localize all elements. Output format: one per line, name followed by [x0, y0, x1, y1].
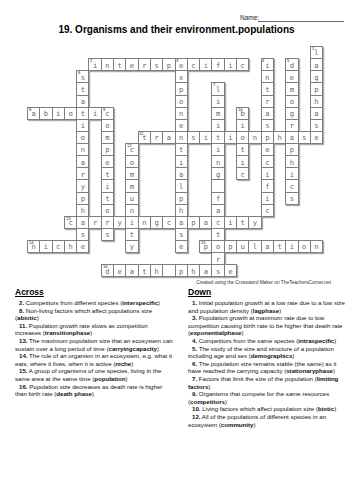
cell-letter: a — [179, 218, 183, 226]
cell-letter: l — [314, 48, 318, 56]
clue-number: 3 — [176, 59, 178, 63]
cell-letter: n — [130, 206, 134, 214]
grid-cell-r14c14[interactable]: a — [199, 216, 212, 229]
cell-letter: s — [290, 194, 294, 202]
cell-letter: i — [81, 121, 85, 129]
cell-letter: i — [93, 109, 97, 117]
cell-letter: c — [265, 206, 269, 214]
grid-cell-r18c8[interactable]: a — [125, 264, 138, 277]
cell-letter: s — [265, 121, 269, 129]
cell-letter: o — [216, 242, 220, 250]
grid-cell-r5c0[interactable]: 8a — [27, 107, 40, 120]
down-clue-9: 9. Organisms that compete for the same r… — [188, 390, 345, 405]
cell-letter: p — [265, 133, 269, 141]
cell-letter: i — [241, 121, 245, 129]
grid-cell-r1c6[interactable]: n — [101, 58, 114, 71]
cell-letter: t — [105, 194, 109, 202]
grid-cell-r7c18[interactable]: n — [248, 131, 261, 144]
grid-cell-r14c9[interactable]: n — [138, 216, 151, 229]
grid-cell-r16c22[interactable]: o — [298, 240, 311, 253]
grid-cell-r5c5[interactable]: i — [88, 107, 101, 120]
cell-letter: i — [290, 242, 294, 250]
across-clue-15: 15. A group of organisms of one species,… — [15, 367, 174, 382]
cell-letter: n — [216, 158, 220, 166]
grid-cell-r7c9[interactable]: 11t — [138, 131, 151, 144]
cell-letter: c — [265, 158, 269, 166]
cell-letter: n — [253, 133, 257, 141]
cell-letter: t — [241, 145, 245, 153]
grid-cell-r18c16[interactable]: e — [224, 264, 237, 277]
cell-letter: i — [93, 61, 97, 69]
cell-letter: t — [105, 170, 109, 178]
grid-cell-r13c19[interactable]: c — [261, 204, 274, 217]
cell-letter: p — [179, 194, 183, 202]
cell-letter: h — [154, 267, 158, 275]
cell-letter: a — [216, 206, 220, 214]
cell-letter: n — [265, 73, 269, 81]
cell-letter: p — [179, 85, 183, 93]
down-clue-10: 10. Living factors which affect populati… — [188, 405, 345, 413]
cell-letter: i — [216, 145, 220, 153]
grid-cell-r14c7[interactable]: y — [113, 216, 126, 229]
clue-number: 16 — [103, 265, 108, 269]
grid-cell-r18c12[interactable]: p — [175, 264, 188, 277]
cell-letter: d — [290, 61, 294, 69]
cell-letter: y — [81, 182, 85, 190]
grid-cell-r16c4[interactable]: e — [76, 240, 89, 253]
cell-letter: y — [253, 218, 257, 226]
clue-number: 15 — [201, 241, 206, 245]
cell-letter: e — [179, 61, 183, 69]
page-title: 19. Organisms and their environment.popu… — [0, 24, 353, 35]
grid-cell-r16c20[interactable]: t — [273, 240, 286, 253]
grid-cell-r1c17[interactable]: c — [236, 58, 249, 71]
cell-letter: i — [228, 218, 232, 226]
grid-cell-r7c14[interactable]: i — [199, 131, 212, 144]
down-clue-7: 7. Factors that limit the size of the po… — [188, 375, 345, 390]
grid-cell-r18c10[interactable]: h — [150, 264, 163, 277]
cell-letter: s — [81, 230, 85, 238]
cell-letter: c — [290, 182, 294, 190]
cell-letter: f — [216, 61, 220, 69]
cell-letter: t — [142, 267, 146, 275]
grid-cell-r1c16[interactable]: i — [224, 58, 237, 71]
grid-cell-r16c23[interactable]: n — [310, 240, 323, 253]
grid-cell-r16c17[interactable]: u — [236, 240, 249, 253]
cell-letter: m — [130, 182, 134, 190]
cell-letter: i — [265, 61, 269, 69]
cell-letter: e — [105, 158, 109, 166]
cell-letter: o — [302, 242, 306, 250]
cell-letter: i — [241, 158, 245, 166]
cell-letter: o — [105, 121, 109, 129]
cell-letter: l — [179, 182, 183, 190]
cell-letter: s — [154, 61, 158, 69]
down-clue-list: 1. Initial population growth at a low ra… — [188, 299, 345, 428]
cell-letter: e — [179, 121, 183, 129]
clue-number: 7 — [213, 83, 215, 87]
grid-cell-r1c7[interactable]: t — [113, 58, 126, 71]
cell-letter: p — [167, 61, 171, 69]
crossword-grid: 1l2intersp3ecific4i5da6sxnegtp7ltmpaoiro… — [27, 46, 322, 276]
cell-letter: a — [314, 109, 318, 117]
across-heading: Across — [15, 287, 174, 297]
cell-letter: r — [105, 218, 109, 226]
clue-number: 1 — [312, 47, 314, 51]
cell-letter: c — [216, 218, 220, 226]
cell-letter: p — [81, 194, 85, 202]
grid-cell-r14c11[interactable]: c — [162, 216, 175, 229]
cell-letter: e — [314, 133, 318, 141]
grid-cell-r16c14[interactable]: 15p — [199, 240, 212, 253]
cell-letter: c — [241, 170, 245, 178]
grid-cell-r18c9[interactable]: t — [138, 264, 151, 277]
grid-cell-r16c1[interactable]: i — [39, 240, 52, 253]
cell-letter: n — [81, 145, 85, 153]
cell-letter: f — [216, 194, 220, 202]
grid-cell-r15c6[interactable]: s — [101, 228, 114, 241]
cell-letter: p — [290, 145, 294, 153]
clue-number: 5 — [287, 59, 289, 63]
cell-letter: m — [105, 133, 109, 141]
cell-letter: i — [179, 158, 183, 166]
cell-letter: a — [179, 170, 183, 178]
cell-letter: p — [105, 145, 109, 153]
grid-cell-r18c15[interactable]: s — [211, 264, 224, 277]
grid-cell-r5c3[interactable]: o — [64, 107, 77, 120]
cell-letter: p — [179, 267, 183, 275]
cell-letter: t — [216, 230, 220, 238]
grid-cell-r1c5[interactable]: 2i — [88, 58, 101, 71]
grid-cell-r16c3[interactable]: h — [64, 240, 77, 253]
grid-cell-r7c13[interactable]: s — [187, 131, 200, 144]
down-clue-5: 5. The study of the size and structure o… — [188, 345, 345, 360]
cell-letter: r — [142, 61, 146, 69]
cell-letter: a — [81, 218, 85, 226]
grid-cell-r1c11[interactable]: p — [162, 58, 175, 71]
grid-cell-r10c17[interactable]: c — [236, 167, 249, 180]
grid-cell-r5c2[interactable]: i — [52, 107, 65, 120]
down-heading: Down — [188, 287, 345, 297]
grid-cell-r14c16[interactable]: i — [224, 216, 237, 229]
cell-letter: o — [68, 109, 72, 117]
cell-letter: u — [241, 242, 245, 250]
cell-letter: o — [81, 133, 85, 141]
cell-letter: a — [265, 109, 269, 117]
cell-letter: l — [253, 242, 257, 250]
cell-letter: a — [167, 133, 171, 141]
down-clue-6: 6. The population size remains stable (t… — [188, 360, 345, 375]
cell-letter: h — [179, 206, 183, 214]
grid-cell-r1c15[interactable]: f — [211, 58, 224, 71]
cell-letter: h — [290, 158, 294, 166]
cell-letter: o — [241, 133, 245, 141]
cell-letter: i — [216, 97, 220, 105]
clue-number: 2 — [90, 59, 92, 63]
cell-letter: i — [290, 170, 294, 178]
down-clue-3: 3. Population growth at maximum rate due… — [188, 314, 345, 337]
across-clues-section: Across 2. Competitors from different spe… — [15, 287, 174, 398]
across-clue-13: 13. The maximum population size that an … — [15, 337, 174, 352]
cell-letter: t — [265, 85, 269, 93]
cell-letter: e — [130, 61, 134, 69]
cell-letter: o — [105, 206, 109, 214]
cell-letter: i — [204, 133, 208, 141]
across-clue-16: 16. Population size decreases as death r… — [15, 383, 174, 398]
cell-letter: e — [228, 267, 232, 275]
grid-cell-r1c14[interactable]: i — [199, 58, 212, 71]
grid-cell-r14c10[interactable]: g — [150, 216, 163, 229]
grid-cell-r5c1[interactable]: b — [39, 107, 52, 120]
clue-number: 13 — [66, 217, 71, 221]
grid-cell-r16c8[interactable]: y — [125, 240, 138, 253]
clue-number: 12 — [127, 144, 132, 148]
cell-letter: h — [68, 242, 72, 250]
cell-letter: y — [118, 218, 122, 226]
down-clue-1: 1. Initial population growth at a low ra… — [188, 299, 345, 314]
cell-letter: n — [179, 109, 183, 117]
cell-letter: r — [290, 121, 294, 129]
cell-letter: i — [216, 121, 220, 129]
grid-cell-r14c13[interactable]: p — [187, 216, 200, 229]
cell-letter: e — [118, 267, 122, 275]
grid-cell-r16c16[interactable]: p — [224, 240, 237, 253]
cell-letter: a — [204, 267, 208, 275]
cell-letter: t — [81, 109, 85, 117]
grid-cell-r1c13[interactable]: c — [187, 58, 200, 71]
cell-letter: c — [167, 218, 171, 226]
cell-letter: i — [228, 61, 232, 69]
down-clues-section: Down 1. Initial population growth at a l… — [188, 287, 345, 428]
cell-letter: r — [154, 133, 158, 141]
cell-letter: t — [216, 133, 220, 141]
cell-letter: a — [314, 61, 318, 69]
grid-cell-r16c12[interactable]: e — [175, 240, 188, 253]
cell-letter: s — [81, 73, 85, 81]
cell-letter: t — [179, 145, 183, 153]
grid-cell-r16c21[interactable]: i — [285, 240, 298, 253]
cell-letter: i — [105, 182, 109, 190]
cell-letter: i — [265, 170, 269, 178]
name-entry-line[interactable] — [258, 14, 344, 22]
cell-letter: a — [31, 109, 35, 117]
grid-cell-r7c23[interactable]: e — [310, 131, 323, 144]
cell-letter: r — [81, 170, 85, 178]
cell-letter: i — [44, 242, 48, 250]
cell-letter: c — [105, 109, 109, 117]
cell-letter: i — [204, 61, 208, 69]
cell-letter: i — [228, 133, 232, 141]
clue-number: 8 — [29, 108, 31, 112]
cell-letter: n — [105, 61, 109, 69]
grid-cell-r1c9[interactable]: r — [138, 58, 151, 71]
grid-cell-r12c21[interactable]: s — [285, 192, 298, 205]
cell-letter: t — [277, 242, 281, 250]
credit-text: Created using the Crossword Maker on The… — [31, 279, 331, 285]
grid-cell-r14c3[interactable]: 13c — [64, 216, 77, 229]
cell-letter: p — [228, 242, 232, 250]
across-clue-2: 2. Competitors from different species (i… — [15, 299, 174, 307]
grid-cell-r1c10[interactable]: s — [150, 58, 163, 71]
cell-letter: m — [130, 170, 134, 178]
clue-number: 10 — [238, 108, 243, 112]
cell-letter: p — [191, 218, 195, 226]
cell-letter: i — [130, 218, 134, 226]
grid-cell-r16c19[interactable]: a — [261, 240, 274, 253]
across-clue-list: 2. Competitors from different species (i… — [15, 299, 174, 398]
cell-letter: g — [216, 170, 220, 178]
grid-cell-r16c2[interactable]: c — [52, 240, 65, 253]
cell-letter: g — [290, 109, 294, 117]
cell-letter: m — [216, 109, 220, 117]
grid-cell-r18c6[interactable]: 16d — [101, 264, 114, 277]
name-label: Name: — [240, 14, 259, 21]
cell-letter: e — [265, 145, 269, 153]
cell-letter: t — [130, 230, 134, 238]
grid-cell-r16c0[interactable]: 14n — [27, 240, 40, 253]
cell-letter: r — [93, 218, 97, 226]
across-clue-14: 14. The role of an organism in an ecosys… — [15, 352, 174, 367]
grid-cell-r1c8[interactable]: e — [125, 58, 138, 71]
cell-letter: s — [314, 121, 318, 129]
cell-letter: i — [265, 194, 269, 202]
cell-letter: h — [81, 206, 85, 214]
clue-number: 14 — [29, 241, 34, 245]
cell-letter: f — [265, 182, 269, 190]
cell-letter: c — [241, 61, 245, 69]
grid-cell-r7c11[interactable]: a — [162, 131, 175, 144]
cell-letter: s — [179, 230, 183, 238]
cell-letter: b — [44, 109, 48, 117]
grid-cell-r16c18[interactable]: l — [248, 240, 261, 253]
cell-letter: s — [216, 267, 220, 275]
cell-letter: g — [314, 73, 318, 81]
grid-cell-r18c13[interactable]: h — [187, 264, 200, 277]
grid-cell-r18c14[interactable]: a — [199, 264, 212, 277]
grid-cell-r7c22[interactable]: s — [298, 131, 311, 144]
across-clue-8: 8. Non-living factors which affect popul… — [15, 307, 174, 322]
cell-letter: m — [290, 85, 294, 93]
cell-letter: o — [290, 97, 294, 105]
cell-letter: a — [81, 158, 85, 166]
cell-letter: e — [179, 242, 183, 250]
cell-letter: t — [118, 61, 122, 69]
grid-cell-r7c20[interactable]: h — [273, 131, 286, 144]
cell-letter: i — [56, 109, 60, 117]
cell-letter: s — [191, 133, 195, 141]
cell-letter: g — [154, 218, 158, 226]
cell-letter: t — [81, 85, 85, 93]
clue-number: 9 — [103, 108, 105, 112]
grid-cell-r14c5[interactable]: r — [88, 216, 101, 229]
cell-letter: a — [290, 133, 294, 141]
cell-letter: h — [191, 267, 195, 275]
down-clue-4: 4. Competitors from the same species (in… — [188, 337, 345, 345]
cell-letter: x — [179, 73, 183, 81]
cell-letter: n — [314, 242, 318, 250]
cell-letter: p — [314, 85, 318, 93]
cell-letter: r — [216, 255, 220, 263]
grid-cell-r7c10[interactable]: r — [150, 131, 163, 144]
grid-cell-r14c17[interactable]: t — [236, 216, 249, 229]
cell-letter: a — [265, 242, 269, 250]
cell-letter: t — [241, 218, 245, 226]
cell-letter: n — [179, 133, 183, 141]
cell-letter: e — [290, 73, 294, 81]
grid-cell-r14c18[interactable]: y — [248, 216, 261, 229]
clue-number: 6 — [78, 71, 80, 75]
grid-cell-r18c7[interactable]: e — [113, 264, 126, 277]
cell-letter: e — [81, 242, 85, 250]
grid-cell-r7c16[interactable]: i — [224, 131, 237, 144]
cell-letter: h — [314, 97, 318, 105]
cell-letter: s — [302, 133, 306, 141]
cell-letter: o — [179, 97, 183, 105]
down-clue-12: 12. All of the populations of different … — [188, 413, 345, 428]
cell-letter: a — [130, 267, 134, 275]
clue-number: 11 — [139, 132, 143, 136]
cell-letter: a — [81, 97, 85, 105]
across-clue-11: 11. Population growth rate slows as comp… — [15, 322, 174, 337]
cell-letter: c — [191, 61, 195, 69]
cell-letter: o — [130, 158, 134, 166]
cell-letter: l — [216, 85, 220, 93]
cell-letter: a — [204, 218, 208, 226]
cell-letter: s — [105, 230, 109, 238]
cell-letter: r — [265, 97, 269, 105]
cell-letter: c — [56, 242, 60, 250]
cell-letter: h — [277, 133, 281, 141]
grid-cell-r18c11[interactable] — [162, 264, 175, 277]
cell-letter: u — [130, 194, 134, 202]
cell-letter: n — [142, 218, 146, 226]
cell-letter: y — [130, 242, 134, 250]
